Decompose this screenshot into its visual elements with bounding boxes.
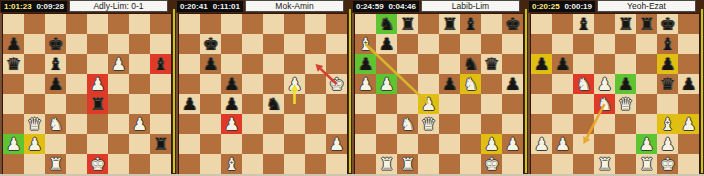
square-b5[interactable]: ♟ — [376, 74, 397, 94]
square-g7[interactable] — [481, 34, 502, 54]
square-g5[interactable]: ♛ — [657, 74, 678, 94]
white-pawn: ♟ — [221, 114, 242, 134]
square-e1[interactable]: ♚ — [87, 154, 108, 174]
square-h3[interactable] — [502, 114, 523, 134]
square-d5[interactable] — [418, 74, 439, 94]
square-b6[interactable] — [24, 54, 45, 74]
square-c2[interactable] — [573, 134, 594, 154]
black-pawn: ♟ — [221, 94, 242, 114]
square-g8[interactable] — [129, 14, 150, 34]
square-e1[interactable] — [439, 154, 460, 174]
square-c5[interactable] — [397, 74, 418, 94]
square-h1[interactable] — [502, 154, 523, 174]
square-b4[interactable] — [552, 94, 573, 114]
square-a5[interactable] — [3, 74, 24, 94]
square-c3[interactable]: ♞ — [397, 114, 418, 134]
square-a3[interactable] — [179, 114, 200, 134]
square-h4[interactable] — [150, 94, 171, 114]
square-b7[interactable]: ♚ — [200, 34, 221, 54]
square-f3[interactable] — [460, 114, 481, 134]
square-f1[interactable] — [284, 154, 305, 174]
square-e5[interactable]: ♟ — [615, 74, 636, 94]
square-f2[interactable] — [460, 134, 481, 154]
square-g8[interactable] — [305, 14, 326, 34]
square-e6[interactable] — [87, 54, 108, 74]
square-a7[interactable]: ♝ — [355, 34, 376, 54]
square-b8[interactable]: ♞ — [376, 14, 397, 34]
square-d3[interactable] — [242, 114, 263, 134]
white-pawn: ♟ — [326, 134, 347, 154]
square-a6[interactable]: ♟ — [355, 54, 376, 74]
square-d3[interactable]: ♛ — [418, 114, 439, 134]
square-e4[interactable]: ♛ — [615, 94, 636, 114]
square-b2[interactable]: ♟ — [24, 134, 45, 154]
square-h5[interactable]: ♟ — [502, 74, 523, 94]
square-c4[interactable] — [573, 94, 594, 114]
square-c8[interactable] — [45, 14, 66, 34]
square-h8[interactable] — [326, 14, 347, 34]
broadcast-strip: 1:01:23 0:09:28 Adly-Lim: 0-1 ♟♚♛♝♟♝♟♟♜♛… — [0, 0, 704, 176]
square-f2[interactable] — [108, 134, 129, 154]
square-h5[interactable]: ♟ — [678, 74, 699, 94]
white-pawn: ♟ — [636, 134, 657, 154]
black-king: ♚ — [45, 34, 66, 54]
square-a2[interactable] — [355, 134, 376, 154]
square-h2[interactable]: ♜ — [150, 134, 171, 154]
square-d4[interactable] — [66, 94, 87, 114]
square-h3[interactable] — [326, 114, 347, 134]
square-a7[interactable] — [531, 34, 552, 54]
black-pawn: ♟ — [615, 74, 636, 94]
square-h4[interactable] — [678, 94, 699, 114]
square-h2[interactable]: ♟ — [502, 134, 523, 154]
square-g2[interactable]: ♟ — [657, 134, 678, 154]
square-d2[interactable] — [594, 134, 615, 154]
square-c6[interactable]: ♝ — [45, 54, 66, 74]
square-d7[interactable] — [418, 34, 439, 54]
square-a6[interactable]: ♛ — [3, 54, 24, 74]
white-clock: 0:24:59 — [356, 2, 384, 11]
square-c4[interactable]: ♟ — [221, 94, 242, 114]
chess-board-3: ♞♜♜♝♚♝♟♟♞♛♟♟♟♞♟♟♞♛♟♟♜♜♚ — [355, 14, 523, 174]
square-c6[interactable] — [221, 54, 242, 74]
square-c4[interactable] — [397, 94, 418, 114]
square-e7[interactable] — [615, 34, 636, 54]
square-g3[interactable] — [305, 114, 326, 134]
square-c6[interactable] — [573, 54, 594, 74]
square-a8[interactable] — [355, 14, 376, 34]
square-g7[interactable] — [305, 34, 326, 54]
square-g7[interactable]: ♝ — [657, 34, 678, 54]
white-knight: ♞ — [460, 74, 481, 94]
square-e3[interactable] — [439, 114, 460, 134]
square-g6[interactable] — [305, 54, 326, 74]
square-c2[interactable] — [397, 134, 418, 154]
square-b1[interactable] — [552, 154, 573, 174]
square-a2[interactable] — [179, 134, 200, 154]
square-e6[interactable] — [263, 54, 284, 74]
black-pawn: ♟ — [355, 54, 376, 74]
square-e8[interactable]: ♜ — [439, 14, 460, 34]
square-d1[interactable] — [242, 154, 263, 174]
square-f2[interactable]: ♟ — [636, 134, 657, 154]
square-a3[interactable] — [531, 114, 552, 134]
square-g4[interactable] — [481, 94, 502, 114]
square-g8[interactable] — [481, 14, 502, 34]
square-h8[interactable] — [678, 14, 699, 34]
white-clock: 0:20:41 — [180, 2, 208, 11]
square-f6[interactable] — [636, 54, 657, 74]
square-a7[interactable]: ♟ — [3, 34, 24, 54]
square-b8[interactable] — [552, 14, 573, 34]
square-e4[interactable]: ♜ — [87, 94, 108, 114]
game-label[interactable]: Labib-Lim — [421, 0, 520, 12]
square-f3[interactable] — [636, 114, 657, 134]
square-g5[interactable] — [481, 74, 502, 94]
board-frame: ♚♟♟♟♚♟♟♞♟♟♝ — [179, 14, 347, 174]
black-bishop: ♝ — [45, 54, 66, 74]
square-c2[interactable] — [45, 134, 66, 154]
square-g5[interactable] — [305, 74, 326, 94]
square-e3[interactable] — [615, 114, 636, 134]
square-d7[interactable] — [594, 34, 615, 54]
square-h4[interactable] — [326, 94, 347, 114]
square-b3[interactable] — [552, 114, 573, 134]
square-g4[interactable] — [305, 94, 326, 114]
square-c1[interactable]: ♜ — [397, 154, 418, 174]
square-b6[interactable]: ♟ — [552, 54, 573, 74]
square-f8[interactable] — [284, 14, 305, 34]
square-c3[interactable] — [573, 114, 594, 134]
square-b4[interactable] — [376, 94, 397, 114]
square-g2[interactable] — [305, 134, 326, 154]
square-h6[interactable] — [502, 54, 523, 74]
square-d5[interactable] — [242, 74, 263, 94]
square-g1[interactable] — [305, 154, 326, 174]
square-h6[interactable] — [326, 54, 347, 74]
square-a4[interactable] — [531, 94, 552, 114]
black-bishop: ♝ — [150, 54, 171, 74]
square-h1[interactable] — [150, 154, 171, 174]
square-h6[interactable] — [678, 54, 699, 74]
square-a1[interactable] — [3, 154, 24, 174]
square-h2[interactable] — [678, 134, 699, 154]
square-g7[interactable] — [129, 34, 150, 54]
square-c5[interactable]: ♟ — [221, 74, 242, 94]
square-c7[interactable] — [221, 34, 242, 54]
square-c3[interactable]: ♞ — [45, 114, 66, 134]
square-a8[interactable] — [179, 14, 200, 34]
square-b8[interactable] — [200, 14, 221, 34]
square-g6[interactable]: ♟ — [657, 54, 678, 74]
square-h6[interactable]: ♝ — [150, 54, 171, 74]
square-b6[interactable]: ♟ — [200, 54, 221, 74]
square-a3[interactable] — [355, 114, 376, 134]
square-f4[interactable] — [284, 94, 305, 114]
square-f7[interactable] — [636, 34, 657, 54]
black-pawn: ♟ — [179, 94, 200, 114]
square-f4[interactable] — [460, 94, 481, 114]
game-label[interactable]: Adly-Lim: 0-1 — [69, 0, 168, 12]
square-b1[interactable]: ♜ — [376, 154, 397, 174]
square-e7[interactable] — [87, 34, 108, 54]
square-f6[interactable]: ♟ — [108, 54, 129, 74]
square-h5[interactable]: ♚ — [326, 74, 347, 94]
square-c7[interactable] — [573, 34, 594, 54]
square-e2[interactable] — [263, 134, 284, 154]
square-d6[interactable] — [242, 54, 263, 74]
square-f1[interactable] — [460, 154, 481, 174]
black-queen: ♛ — [481, 54, 502, 74]
square-d3[interactable] — [66, 114, 87, 134]
square-b3[interactable] — [376, 114, 397, 134]
square-c3[interactable]: ♟ — [221, 114, 242, 134]
square-e8[interactable] — [263, 14, 284, 34]
square-h7[interactable] — [502, 34, 523, 54]
square-g6[interactable]: ♛ — [481, 54, 502, 74]
square-d2[interactable] — [418, 134, 439, 154]
square-d8[interactable] — [242, 14, 263, 34]
black-rook: ♜ — [439, 14, 460, 34]
square-b8[interactable] — [24, 14, 45, 34]
square-e3[interactable] — [263, 114, 284, 134]
white-pawn: ♟ — [678, 114, 699, 134]
square-h7[interactable] — [326, 34, 347, 54]
square-c2[interactable] — [221, 134, 242, 154]
square-h7[interactable] — [150, 34, 171, 54]
square-d3[interactable] — [594, 114, 615, 134]
square-g4[interactable] — [657, 94, 678, 114]
game-label[interactable]: Mok-Amin — [245, 0, 344, 12]
panel-separator — [173, 9, 175, 173]
square-d8[interactable] — [418, 14, 439, 34]
square-g6[interactable] — [129, 54, 150, 74]
square-h1[interactable] — [326, 154, 347, 174]
square-d8[interactable] — [66, 14, 87, 34]
square-f8[interactable]: ♝ — [460, 14, 481, 34]
white-king: ♚ — [326, 74, 347, 94]
square-e7[interactable] — [263, 34, 284, 54]
square-b5[interactable] — [552, 74, 573, 94]
square-g8[interactable]: ♚ — [657, 14, 678, 34]
square-d5[interactable]: ♟ — [594, 74, 615, 94]
square-d4[interactable] — [242, 94, 263, 114]
square-d6[interactable] — [594, 54, 615, 74]
white-pawn: ♟ — [418, 94, 439, 114]
square-g2[interactable] — [129, 134, 150, 154]
square-f8[interactable]: ♜ — [636, 14, 657, 34]
square-a1[interactable] — [179, 154, 200, 174]
board-frame: ♞♜♜♝♚♝♟♟♞♛♟♟♟♞♟♟♞♛♟♟♜♜♚ — [355, 14, 523, 174]
square-g1[interactable]: ♚ — [657, 154, 678, 174]
square-f7[interactable] — [284, 34, 305, 54]
square-c4[interactable] — [45, 94, 66, 114]
square-d8[interactable] — [594, 14, 615, 34]
square-e7[interactable] — [439, 34, 460, 54]
square-f4[interactable] — [108, 94, 129, 114]
square-f5[interactable] — [108, 74, 129, 94]
square-a8[interactable] — [3, 14, 24, 34]
square-e5[interactable]: ♟ — [87, 74, 108, 94]
white-pawn: ♟ — [552, 134, 573, 154]
square-c5[interactable]: ♟ — [45, 74, 66, 94]
square-b2[interactable] — [376, 134, 397, 154]
white-queen: ♛ — [418, 114, 439, 134]
square-h3[interactable]: ♟ — [678, 114, 699, 134]
square-c1[interactable]: ♝ — [221, 154, 242, 174]
square-f1[interactable] — [108, 154, 129, 174]
square-d1[interactable] — [66, 154, 87, 174]
square-b5[interactable] — [200, 74, 221, 94]
square-a6[interactable]: ♟ — [531, 54, 552, 74]
black-rook: ♜ — [636, 14, 657, 34]
square-a7[interactable] — [179, 34, 200, 54]
square-a5[interactable] — [179, 74, 200, 94]
black-pawn: ♟ — [657, 54, 678, 74]
square-h3[interactable] — [150, 114, 171, 134]
square-b1[interactable] — [200, 154, 221, 174]
square-e2[interactable] — [87, 134, 108, 154]
square-c1[interactable] — [573, 154, 594, 174]
square-d1[interactable]: ♜ — [594, 154, 615, 174]
square-c7[interactable] — [397, 34, 418, 54]
square-c6[interactable] — [397, 54, 418, 74]
square-f5[interactable]: ♞ — [460, 74, 481, 94]
square-e4[interactable]: ♞ — [263, 94, 284, 114]
square-g2[interactable]: ♟ — [481, 134, 502, 154]
square-f2[interactable] — [284, 134, 305, 154]
square-b7[interactable] — [552, 34, 573, 54]
square-c5[interactable]: ♞ — [573, 74, 594, 94]
square-d7[interactable] — [66, 34, 87, 54]
square-f7[interactable] — [460, 34, 481, 54]
black-clock: 0:04:46 — [388, 2, 416, 11]
square-f5[interactable]: ♟ — [284, 74, 305, 94]
square-a8[interactable] — [531, 14, 552, 34]
black-pawn: ♟ — [502, 74, 523, 94]
square-e1[interactable] — [615, 154, 636, 174]
square-c8[interactable] — [221, 14, 242, 34]
square-e5[interactable] — [263, 74, 284, 94]
square-f8[interactable] — [108, 14, 129, 34]
square-a2[interactable]: ♟ — [531, 134, 552, 154]
square-b7[interactable]: ♟ — [376, 34, 397, 54]
square-e4[interactable] — [439, 94, 460, 114]
square-c1[interactable]: ♜ — [45, 154, 66, 174]
square-e2[interactable] — [615, 134, 636, 154]
square-b4[interactable] — [200, 94, 221, 114]
square-d4[interactable]: ♞ — [594, 94, 615, 114]
square-d4[interactable]: ♟ — [418, 94, 439, 114]
square-h8[interactable] — [150, 14, 171, 34]
black-pawn: ♟ — [531, 54, 552, 74]
square-f1[interactable]: ♜ — [636, 154, 657, 174]
square-d2[interactable] — [66, 134, 87, 154]
square-a3[interactable] — [3, 114, 24, 134]
square-d2[interactable] — [242, 134, 263, 154]
square-a5[interactable]: ♟ — [355, 74, 376, 94]
square-a4[interactable] — [3, 94, 24, 114]
square-b1[interactable] — [24, 154, 45, 174]
square-g1[interactable]: ♚ — [481, 154, 502, 174]
square-b6[interactable] — [376, 54, 397, 74]
square-g4[interactable] — [129, 94, 150, 114]
square-f7[interactable] — [108, 34, 129, 54]
square-a1[interactable] — [531, 154, 552, 174]
square-h5[interactable] — [150, 74, 171, 94]
square-d6[interactable] — [418, 54, 439, 74]
square-g5[interactable] — [129, 74, 150, 94]
square-e6[interactable] — [615, 54, 636, 74]
square-f3[interactable] — [108, 114, 129, 134]
square-e8[interactable] — [87, 14, 108, 34]
square-h2[interactable]: ♟ — [326, 134, 347, 154]
square-a5[interactable] — [531, 74, 552, 94]
square-d1[interactable] — [418, 154, 439, 174]
black-rook: ♜ — [150, 134, 171, 154]
square-c8[interactable]: ♜ — [397, 14, 418, 34]
white-queen: ♛ — [615, 94, 636, 114]
square-d7[interactable] — [242, 34, 263, 54]
white-clock: 1:01:23 — [4, 2, 32, 11]
square-b2[interactable] — [200, 134, 221, 154]
square-a4[interactable] — [355, 94, 376, 114]
square-c8[interactable]: ♝ — [573, 14, 594, 34]
square-e1[interactable] — [263, 154, 284, 174]
square-b4[interactable] — [24, 94, 45, 114]
square-h1[interactable] — [678, 154, 699, 174]
square-g3[interactable] — [481, 114, 502, 134]
square-b3[interactable]: ♛ — [24, 114, 45, 134]
game-label[interactable]: Yeoh-Ezat — [597, 0, 696, 12]
square-a6[interactable] — [179, 54, 200, 74]
square-f5[interactable] — [636, 74, 657, 94]
square-e6[interactable] — [439, 54, 460, 74]
square-e2[interactable] — [439, 134, 460, 154]
square-g3[interactable]: ♝ — [657, 114, 678, 134]
square-e3[interactable] — [87, 114, 108, 134]
square-b3[interactable] — [200, 114, 221, 134]
square-h7[interactable] — [678, 34, 699, 54]
square-e5[interactable]: ♟ — [439, 74, 460, 94]
black-rook: ♜ — [87, 94, 108, 114]
white-rook: ♜ — [376, 154, 397, 174]
square-c7[interactable]: ♚ — [45, 34, 66, 54]
bottom-bevel — [0, 174, 176, 176]
square-f6[interactable]: ♞ — [460, 54, 481, 74]
square-f6[interactable] — [284, 54, 305, 74]
square-d5[interactable] — [66, 74, 87, 94]
square-a2[interactable]: ♟ — [3, 134, 24, 154]
white-pawn: ♟ — [87, 74, 108, 94]
square-a1[interactable] — [355, 154, 376, 174]
square-b5[interactable] — [24, 74, 45, 94]
white-pawn: ♟ — [284, 74, 305, 94]
chess-board-2: ♚♟♟♟♚♟♟♞♟♟♝ — [179, 14, 347, 174]
black-clock: 0:11:01 — [213, 2, 240, 11]
square-g3[interactable]: ♟ — [129, 114, 150, 134]
square-b7[interactable] — [24, 34, 45, 54]
square-f3[interactable] — [284, 114, 305, 134]
square-h4[interactable] — [502, 94, 523, 114]
square-g1[interactable] — [129, 154, 150, 174]
square-d6[interactable] — [66, 54, 87, 74]
square-a4[interactable]: ♟ — [179, 94, 200, 114]
square-f4[interactable] — [636, 94, 657, 114]
square-b2[interactable]: ♟ — [552, 134, 573, 154]
square-h8[interactable]: ♚ — [502, 14, 523, 34]
square-e8[interactable]: ♜ — [615, 14, 636, 34]
